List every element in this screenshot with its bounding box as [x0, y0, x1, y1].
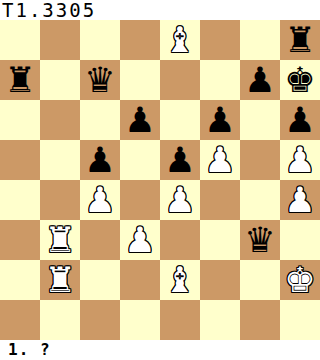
square-c2[interactable]: [80, 260, 120, 300]
white-bishop: ♝: [164, 23, 195, 58]
black-queen: ♛: [244, 223, 275, 258]
square-h4[interactable]: ♟: [280, 180, 320, 220]
square-f2[interactable]: [200, 260, 240, 300]
square-f3[interactable]: [200, 220, 240, 260]
square-d5[interactable]: [120, 140, 160, 180]
move-prompt: 1. ?: [0, 340, 320, 360]
square-a1[interactable]: [0, 300, 40, 340]
square-c1[interactable]: [80, 300, 120, 340]
square-g2[interactable]: [240, 260, 280, 300]
square-g7[interactable]: ♟: [240, 60, 280, 100]
square-b8[interactable]: [40, 20, 80, 60]
square-f8[interactable]: [200, 20, 240, 60]
square-f5[interactable]: ♟: [200, 140, 240, 180]
black-queen: ♛: [84, 63, 115, 98]
square-b3[interactable]: ♜: [40, 220, 80, 260]
square-d7[interactable]: [120, 60, 160, 100]
square-f7[interactable]: [200, 60, 240, 100]
white-pawn: ♟: [124, 223, 155, 258]
white-pawn: ♟: [84, 183, 115, 218]
square-a3[interactable]: [0, 220, 40, 260]
square-d6[interactable]: ♟: [120, 100, 160, 140]
square-h3[interactable]: [280, 220, 320, 260]
black-rook: ♜: [4, 63, 35, 98]
square-a6[interactable]: [0, 100, 40, 140]
square-h2[interactable]: ♚: [280, 260, 320, 300]
square-f1[interactable]: [200, 300, 240, 340]
square-e6[interactable]: [160, 100, 200, 140]
square-d4[interactable]: [120, 180, 160, 220]
square-h1[interactable]: [280, 300, 320, 340]
square-d3[interactable]: ♟: [120, 220, 160, 260]
square-e3[interactable]: [160, 220, 200, 260]
square-f4[interactable]: [200, 180, 240, 220]
white-rook: ♜: [44, 223, 75, 258]
square-c3[interactable]: [80, 220, 120, 260]
square-a8[interactable]: [0, 20, 40, 60]
black-pawn: ♟: [124, 103, 155, 138]
white-rook: ♜: [44, 263, 75, 298]
white-pawn: ♟: [284, 183, 315, 218]
square-c8[interactable]: [80, 20, 120, 60]
black-pawn: ♟: [244, 63, 275, 98]
white-pawn: ♟: [284, 143, 315, 178]
square-g4[interactable]: [240, 180, 280, 220]
black-pawn: ♟: [204, 103, 235, 138]
square-b5[interactable]: [40, 140, 80, 180]
square-a2[interactable]: [0, 260, 40, 300]
square-e5[interactable]: ♟: [160, 140, 200, 180]
square-g8[interactable]: [240, 20, 280, 60]
chess-board: ♝♜♜♛♟♚♟♟♟♟♟♟♟♟♟♟♜♟♛♜♝♚: [0, 20, 320, 340]
square-a7[interactable]: ♜: [0, 60, 40, 100]
square-g6[interactable]: [240, 100, 280, 140]
black-pawn: ♟: [284, 103, 315, 138]
black-pawn: ♟: [164, 143, 195, 178]
square-h7[interactable]: ♚: [280, 60, 320, 100]
square-d1[interactable]: [120, 300, 160, 340]
square-e7[interactable]: [160, 60, 200, 100]
white-pawn: ♟: [204, 143, 235, 178]
square-e4[interactable]: ♟: [160, 180, 200, 220]
black-rook: ♜: [284, 23, 315, 58]
black-king: ♚: [284, 63, 315, 98]
white-king: ♚: [284, 263, 315, 298]
chess-puzzle-screen: T1.3305 ♝♜♜♛♟♚♟♟♟♟♟♟♟♟♟♟♜♟♛♜♝♚ 1. ?: [0, 0, 320, 360]
square-h8[interactable]: ♜: [280, 20, 320, 60]
square-g3[interactable]: ♛: [240, 220, 280, 260]
square-c6[interactable]: [80, 100, 120, 140]
square-e2[interactable]: ♝: [160, 260, 200, 300]
square-d8[interactable]: [120, 20, 160, 60]
square-b6[interactable]: [40, 100, 80, 140]
square-g5[interactable]: [240, 140, 280, 180]
square-c7[interactable]: ♛: [80, 60, 120, 100]
square-b7[interactable]: [40, 60, 80, 100]
square-d2[interactable]: [120, 260, 160, 300]
puzzle-title: T1.3305: [0, 0, 320, 20]
square-e8[interactable]: ♝: [160, 20, 200, 60]
square-a4[interactable]: [0, 180, 40, 220]
black-pawn: ♟: [84, 143, 115, 178]
square-h5[interactable]: ♟: [280, 140, 320, 180]
white-pawn: ♟: [164, 183, 195, 218]
square-b4[interactable]: [40, 180, 80, 220]
square-c4[interactable]: ♟: [80, 180, 120, 220]
square-h6[interactable]: ♟: [280, 100, 320, 140]
white-bishop: ♝: [164, 263, 195, 298]
square-f6[interactable]: ♟: [200, 100, 240, 140]
square-g1[interactable]: [240, 300, 280, 340]
square-a5[interactable]: [0, 140, 40, 180]
square-b2[interactable]: ♜: [40, 260, 80, 300]
square-e1[interactable]: [160, 300, 200, 340]
square-c5[interactable]: ♟: [80, 140, 120, 180]
square-b1[interactable]: [40, 300, 80, 340]
